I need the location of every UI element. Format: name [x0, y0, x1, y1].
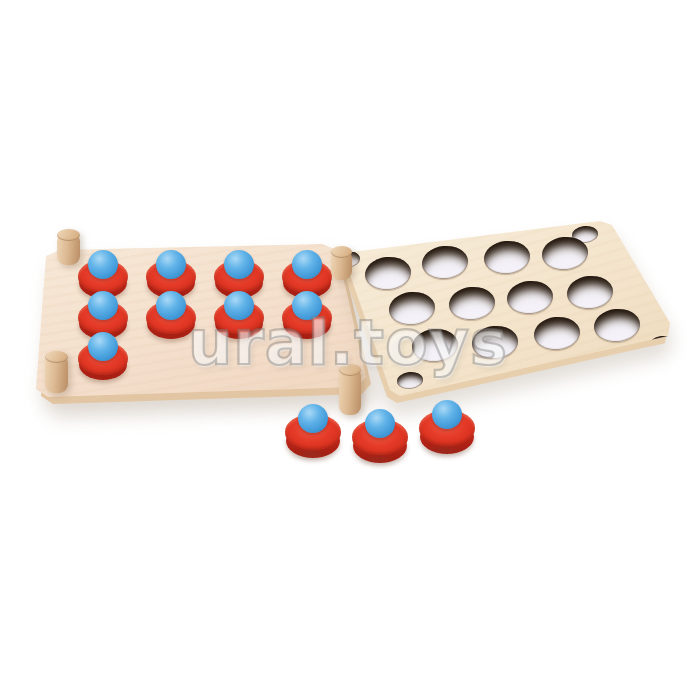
knob-ball	[365, 409, 395, 438]
knob-ball	[88, 291, 118, 320]
knob-ball	[156, 291, 186, 320]
knob-cell-r3c1[interactable]	[69, 339, 137, 380]
knob-ball	[224, 250, 254, 279]
corner-peg-top-left	[57, 234, 80, 265]
knob-ball	[88, 250, 118, 279]
product-photo-stage: ural.toys	[0, 0, 700, 700]
corner-peg-bottom-left	[45, 356, 68, 393]
hole-r2c3[interactable]	[505, 279, 554, 317]
corner-hole-bottom-right	[648, 335, 676, 355]
knob-ball	[432, 400, 462, 429]
loose-knob-disc[interactable]	[285, 412, 341, 458]
hole-r1c1[interactable]	[363, 255, 412, 293]
knob-ball	[292, 250, 322, 279]
corner-peg-through-lid	[331, 251, 352, 280]
watermark-text: ural.toys	[188, 306, 508, 379]
knob-ball	[88, 332, 118, 361]
hole-r1c2[interactable]	[420, 244, 469, 282]
knob-ball	[298, 404, 328, 433]
knob-ball	[156, 250, 186, 279]
hole-r1c3[interactable]	[482, 239, 531, 277]
loose-knob-disc[interactable]	[352, 417, 408, 463]
hole-r2c4[interactable]	[565, 274, 614, 312]
loose-knob-disc[interactable]	[419, 408, 475, 454]
hole-r3c3[interactable]	[532, 315, 581, 353]
hole-r3c4[interactable]	[592, 307, 641, 345]
knob-disc[interactable]	[78, 340, 128, 380]
